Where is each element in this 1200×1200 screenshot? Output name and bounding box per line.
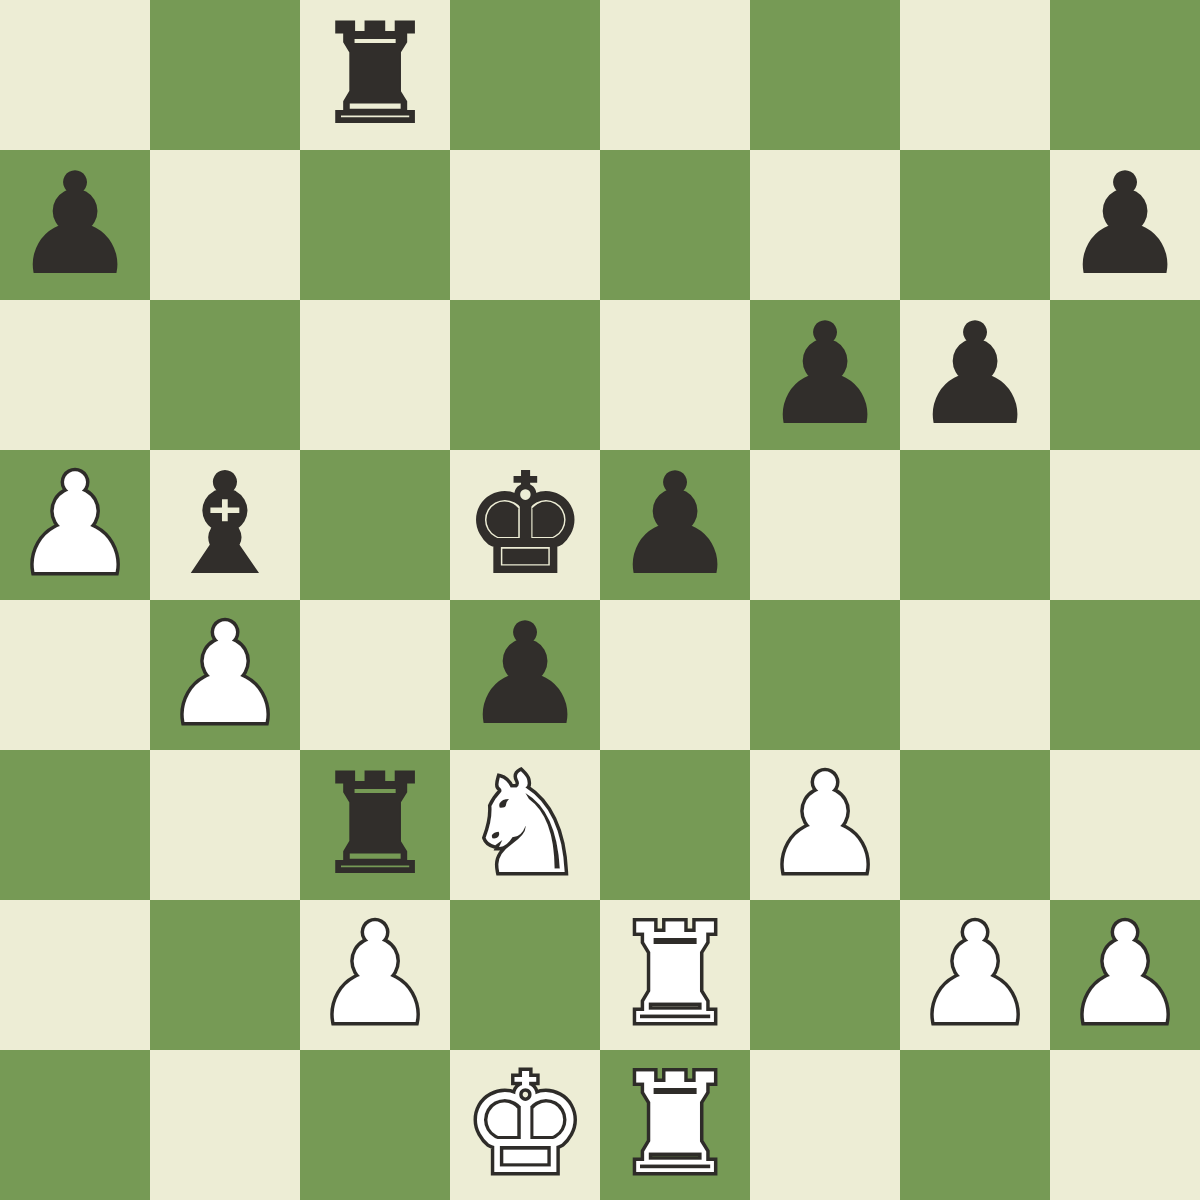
white-pawn-piece[interactable]: ♟ xyxy=(313,900,437,1050)
square-g4[interactable] xyxy=(900,600,1050,750)
square-d5[interactable]: ♚ xyxy=(450,450,600,600)
square-g1[interactable] xyxy=(900,1050,1050,1200)
square-g3[interactable] xyxy=(900,750,1050,900)
square-e7[interactable] xyxy=(600,150,750,300)
white-rook-piece[interactable]: ♜ xyxy=(613,900,737,1050)
square-e1[interactable]: ♜ xyxy=(600,1050,750,1200)
square-b1[interactable] xyxy=(150,1050,300,1200)
square-b2[interactable] xyxy=(150,900,300,1050)
square-e4[interactable] xyxy=(600,600,750,750)
square-g2[interactable]: ♟ xyxy=(900,900,1050,1050)
black-pawn-piece[interactable]: ♟ xyxy=(913,300,1037,450)
square-g5[interactable] xyxy=(900,450,1050,600)
black-rook-piece[interactable]: ♜ xyxy=(313,0,437,150)
square-c7[interactable] xyxy=(300,150,450,300)
square-g7[interactable] xyxy=(900,150,1050,300)
square-a7[interactable]: ♟ xyxy=(0,150,150,300)
square-a6[interactable] xyxy=(0,300,150,450)
square-a8[interactable] xyxy=(0,0,150,150)
square-f8[interactable] xyxy=(750,0,900,150)
black-pawn-piece[interactable]: ♟ xyxy=(463,600,587,750)
white-rook-piece[interactable]: ♜ xyxy=(613,1050,737,1200)
black-bishop-piece[interactable]: ♝ xyxy=(163,450,287,600)
square-d3[interactable]: ♞ xyxy=(450,750,600,900)
square-f3[interactable]: ♟ xyxy=(750,750,900,900)
white-pawn-piece[interactable]: ♟ xyxy=(163,600,287,750)
square-d2[interactable] xyxy=(450,900,600,1050)
square-d1[interactable]: ♚ xyxy=(450,1050,600,1200)
square-b3[interactable] xyxy=(150,750,300,900)
square-h6[interactable] xyxy=(1050,300,1200,450)
chess-board: ♜♟♟♟♟♟♝♚♟♟♟♜♞♟♟♜♟♟♚♜ xyxy=(0,0,1200,1200)
square-c5[interactable] xyxy=(300,450,450,600)
square-f1[interactable] xyxy=(750,1050,900,1200)
square-f6[interactable]: ♟ xyxy=(750,300,900,450)
square-b5[interactable]: ♝ xyxy=(150,450,300,600)
square-a3[interactable] xyxy=(0,750,150,900)
square-f5[interactable] xyxy=(750,450,900,600)
square-e5[interactable]: ♟ xyxy=(600,450,750,600)
square-f2[interactable] xyxy=(750,900,900,1050)
square-d8[interactable] xyxy=(450,0,600,150)
square-b8[interactable] xyxy=(150,0,300,150)
white-king-piece[interactable]: ♚ xyxy=(463,1050,587,1200)
white-knight-piece[interactable]: ♞ xyxy=(463,750,587,900)
square-c2[interactable]: ♟ xyxy=(300,900,450,1050)
square-b7[interactable] xyxy=(150,150,300,300)
white-pawn-piece[interactable]: ♟ xyxy=(913,900,1037,1050)
square-b6[interactable] xyxy=(150,300,300,450)
square-c3[interactable]: ♜ xyxy=(300,750,450,900)
square-h4[interactable] xyxy=(1050,600,1200,750)
square-h3[interactable] xyxy=(1050,750,1200,900)
square-h8[interactable] xyxy=(1050,0,1200,150)
square-e2[interactable]: ♜ xyxy=(600,900,750,1050)
square-h1[interactable] xyxy=(1050,1050,1200,1200)
square-d7[interactable] xyxy=(450,150,600,300)
square-f4[interactable] xyxy=(750,600,900,750)
black-pawn-piece[interactable]: ♟ xyxy=(1063,150,1187,300)
square-h7[interactable]: ♟ xyxy=(1050,150,1200,300)
square-g6[interactable]: ♟ xyxy=(900,300,1050,450)
black-king-piece[interactable]: ♚ xyxy=(463,450,587,600)
square-f7[interactable] xyxy=(750,150,900,300)
square-b4[interactable]: ♟ xyxy=(150,600,300,750)
square-c4[interactable] xyxy=(300,600,450,750)
white-pawn-piece[interactable]: ♟ xyxy=(13,450,137,600)
white-pawn-piece[interactable]: ♟ xyxy=(1063,900,1187,1050)
square-e8[interactable] xyxy=(600,0,750,150)
square-h2[interactable]: ♟ xyxy=(1050,900,1200,1050)
square-d6[interactable] xyxy=(450,300,600,450)
black-pawn-piece[interactable]: ♟ xyxy=(763,300,887,450)
square-c1[interactable] xyxy=(300,1050,450,1200)
black-pawn-piece[interactable]: ♟ xyxy=(13,150,137,300)
square-e3[interactable] xyxy=(600,750,750,900)
square-d4[interactable]: ♟ xyxy=(450,600,600,750)
black-rook-piece[interactable]: ♜ xyxy=(313,750,437,900)
black-pawn-piece[interactable]: ♟ xyxy=(613,450,737,600)
square-a5[interactable]: ♟ xyxy=(0,450,150,600)
square-c6[interactable] xyxy=(300,300,450,450)
square-g8[interactable] xyxy=(900,0,1050,150)
square-a4[interactable] xyxy=(0,600,150,750)
square-e6[interactable] xyxy=(600,300,750,450)
square-h5[interactable] xyxy=(1050,450,1200,600)
square-a2[interactable] xyxy=(0,900,150,1050)
square-c8[interactable]: ♜ xyxy=(300,0,450,150)
white-pawn-piece[interactable]: ♟ xyxy=(763,750,887,900)
square-a1[interactable] xyxy=(0,1050,150,1200)
